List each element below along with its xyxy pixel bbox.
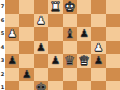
square-f7[interactable] (77, 0, 91, 14)
square-b4[interactable] (19, 41, 33, 55)
square-g6[interactable] (91, 14, 105, 28)
square-a5[interactable]: ♟ (5, 27, 19, 41)
square-a7[interactable] (5, 0, 19, 14)
square-a2[interactable] (5, 68, 19, 82)
square-h2[interactable] (106, 68, 120, 82)
square-a1[interactable] (5, 81, 19, 90)
square-c4[interactable]: ♟ (34, 41, 48, 55)
rank-label-4: 4 (0, 41, 5, 55)
black-king-c1[interactable]: ♚ (35, 81, 47, 90)
black-queen-e3[interactable]: ♛ (64, 54, 76, 68)
square-h5[interactable] (106, 27, 120, 41)
square-f2[interactable] (77, 68, 91, 82)
rank-label-3: 3 (0, 54, 5, 68)
square-e5[interactable]: ♝ (63, 27, 77, 41)
rank-label-6: 6 (0, 14, 5, 28)
square-e2[interactable] (63, 68, 77, 82)
square-c7[interactable] (34, 0, 48, 14)
white-queen-f3[interactable]: ♛ (78, 54, 90, 68)
square-g4[interactable]: ♟ (91, 41, 105, 55)
square-e4[interactable] (63, 41, 77, 55)
square-e1[interactable] (63, 81, 77, 90)
square-c1[interactable]: ♚ (34, 81, 48, 90)
square-f5[interactable]: ♟ (77, 27, 91, 41)
square-e7[interactable]: ♚ (63, 0, 77, 14)
white-king-e7[interactable]: ♚ (64, 0, 76, 14)
square-d6[interactable] (48, 14, 62, 28)
square-h6[interactable] (106, 14, 120, 28)
square-c5[interactable] (34, 27, 48, 41)
square-f3[interactable]: ♛ (77, 54, 91, 68)
square-g7[interactable] (91, 0, 105, 14)
square-b7[interactable] (19, 0, 33, 14)
square-h7[interactable] (106, 0, 120, 14)
square-g1[interactable] (91, 81, 105, 90)
square-b2[interactable]: ♟ (19, 68, 33, 82)
square-f6[interactable] (77, 14, 91, 28)
square-b5[interactable] (19, 27, 33, 41)
square-e3[interactable]: ♛ (63, 54, 77, 68)
square-h1[interactable] (106, 81, 120, 90)
square-h4[interactable] (106, 41, 120, 55)
square-a4[interactable] (5, 41, 19, 55)
square-h3[interactable] (106, 54, 120, 68)
square-d5[interactable] (48, 27, 62, 41)
square-a3[interactable]: ♟ (5, 54, 19, 68)
square-b1[interactable] (19, 81, 33, 90)
square-e6[interactable] (63, 14, 77, 28)
square-c3[interactable] (34, 54, 48, 68)
black-pawn-g3[interactable]: ♟ (94, 54, 104, 68)
black-pawn-a3[interactable]: ♟ (7, 54, 17, 68)
square-c2[interactable] (34, 68, 48, 82)
square-f1[interactable] (77, 81, 91, 90)
square-f4[interactable] (77, 41, 91, 55)
white-pawn-c6[interactable]: ♟ (36, 14, 46, 28)
rank-label-5: 5 (0, 27, 5, 41)
square-c6[interactable]: ♟ (34, 14, 48, 28)
black-bishop-e5[interactable]: ♝ (64, 27, 76, 41)
square-d1[interactable] (48, 81, 62, 90)
square-d2[interactable] (48, 68, 62, 82)
rank-label-7: 7 (0, 0, 5, 14)
square-d4[interactable] (48, 41, 62, 55)
rank-label-2: 2 (0, 68, 5, 82)
black-pawn-d3[interactable]: ♟ (50, 54, 60, 68)
white-rook-d7[interactable]: ♜ (49, 0, 61, 14)
square-b3[interactable] (19, 54, 33, 68)
black-pawn-b2[interactable]: ♟ (22, 68, 32, 82)
square-g3[interactable]: ♟ (91, 54, 105, 68)
black-pawn-c4[interactable]: ♟ (36, 41, 46, 55)
white-pawn-g4[interactable]: ♟ (94, 41, 104, 55)
square-d7[interactable]: ♜ (48, 0, 62, 14)
rank-label-gutter: 7654321 (0, 0, 5, 90)
square-a6[interactable] (5, 14, 19, 28)
rank-label-1: 1 (0, 81, 5, 90)
chess-diagram: 7654321 ♜♚♟♟♝♟♟♟♟♟♛♛♟♟♚ (0, 0, 120, 90)
square-b6[interactable] (19, 14, 33, 28)
chess-board: ♜♚♟♟♝♟♟♟♟♟♛♛♟♟♚ (5, 0, 120, 90)
white-pawn-a5[interactable]: ♟ (7, 27, 17, 41)
square-g2[interactable] (91, 68, 105, 82)
black-pawn-f5[interactable]: ♟ (79, 27, 89, 41)
square-g5[interactable] (91, 27, 105, 41)
square-d3[interactable]: ♟ (48, 54, 62, 68)
